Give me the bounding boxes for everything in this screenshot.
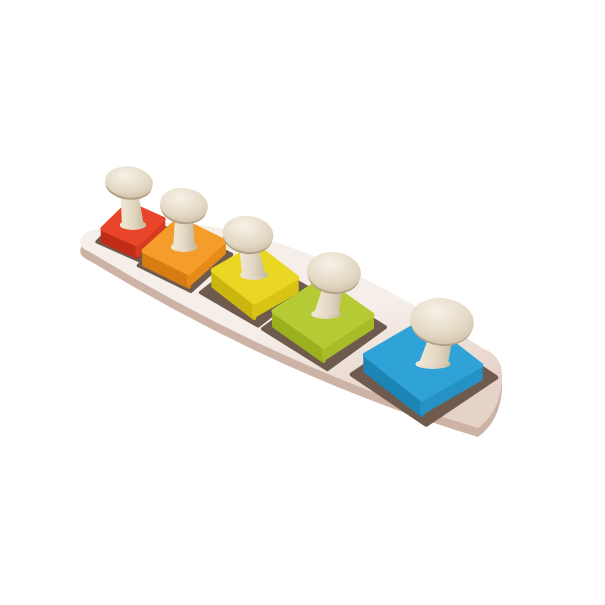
product-photo [0, 0, 605, 605]
puzzle-photo-canvas [0, 0, 605, 605]
